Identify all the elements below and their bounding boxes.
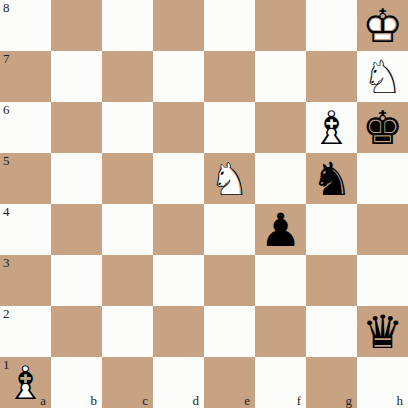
square-e6[interactable] — [204, 102, 255, 153]
file-label-f: f — [297, 394, 301, 408]
rank-label-2: 2 — [3, 306, 10, 321]
square-f4[interactable]: ♟ — [255, 204, 306, 255]
square-f1[interactable]: f — [255, 357, 306, 408]
rank-label-7: 7 — [3, 51, 10, 66]
piece-white-knight[interactable]: ♘ — [204, 153, 255, 204]
square-e8[interactable] — [204, 0, 255, 51]
square-c8[interactable] — [102, 0, 153, 51]
square-g2[interactable] — [306, 306, 357, 357]
piece-black-knight[interactable]: ♞ — [306, 153, 357, 204]
piece-white-knight[interactable]: ♘ — [357, 51, 408, 102]
square-b3[interactable] — [51, 255, 102, 306]
piece-white-king[interactable]: ♔ — [357, 0, 408, 51]
square-d6[interactable] — [153, 102, 204, 153]
square-e4[interactable] — [204, 204, 255, 255]
rank-label-8: 8 — [3, 0, 10, 15]
square-g1[interactable]: g — [306, 357, 357, 408]
square-b2[interactable] — [51, 306, 102, 357]
file-label-d: d — [193, 394, 200, 408]
square-e5[interactable]: ♞♘ — [204, 153, 255, 204]
file-label-a: a — [40, 394, 46, 408]
square-g6[interactable]: ♝♗ — [306, 102, 357, 153]
square-e2[interactable] — [204, 306, 255, 357]
square-b1[interactable]: b — [51, 357, 102, 408]
file-label-e: e — [244, 394, 250, 408]
square-h7[interactable]: ♞♘ — [357, 51, 408, 102]
square-g3[interactable] — [306, 255, 357, 306]
square-c3[interactable] — [102, 255, 153, 306]
square-a6[interactable]: 6 — [0, 102, 51, 153]
square-a2[interactable]: 2 — [0, 306, 51, 357]
square-f2[interactable] — [255, 306, 306, 357]
square-c7[interactable] — [102, 51, 153, 102]
square-b5[interactable] — [51, 153, 102, 204]
square-f5[interactable] — [255, 153, 306, 204]
rank-label-3: 3 — [3, 255, 10, 270]
square-b6[interactable] — [51, 102, 102, 153]
square-h8[interactable]: ♚♔ — [357, 0, 408, 51]
square-h2[interactable]: ♛ — [357, 306, 408, 357]
square-a7[interactable]: 7 — [0, 51, 51, 102]
square-a8[interactable]: 8 — [0, 0, 51, 51]
square-d7[interactable] — [153, 51, 204, 102]
rank-label-6: 6 — [3, 102, 10, 117]
piece-white-knight-fill: ♞ — [357, 51, 408, 102]
square-c5[interactable] — [102, 153, 153, 204]
file-label-c: c — [142, 394, 148, 408]
square-a4[interactable]: 4 — [0, 204, 51, 255]
piece-black-pawn[interactable]: ♟ — [255, 204, 306, 255]
square-g5[interactable]: ♞ — [306, 153, 357, 204]
piece-white-king-fill: ♚ — [357, 0, 408, 51]
square-h1[interactable]: h — [357, 357, 408, 408]
piece-black-king[interactable]: ♚ — [357, 102, 408, 153]
rank-label-4: 4 — [3, 204, 10, 219]
chess-board: 8♚♔7♞♘6♝♗♚5♞♘♞4♟32♛♝♗1abcdefgh — [0, 0, 408, 408]
square-c4[interactable] — [102, 204, 153, 255]
square-h6[interactable]: ♚ — [357, 102, 408, 153]
square-f6[interactable] — [255, 102, 306, 153]
square-f7[interactable] — [255, 51, 306, 102]
square-a1[interactable]: ♝♗1a — [0, 357, 51, 408]
square-d8[interactable] — [153, 0, 204, 51]
square-d4[interactable] — [153, 204, 204, 255]
square-b7[interactable] — [51, 51, 102, 102]
square-e7[interactable] — [204, 51, 255, 102]
file-label-g: g — [346, 394, 353, 408]
square-b8[interactable] — [51, 0, 102, 51]
square-a3[interactable]: 3 — [0, 255, 51, 306]
square-e3[interactable] — [204, 255, 255, 306]
square-c6[interactable] — [102, 102, 153, 153]
file-label-b: b — [91, 394, 98, 408]
square-c2[interactable] — [102, 306, 153, 357]
square-h5[interactable] — [357, 153, 408, 204]
square-d2[interactable] — [153, 306, 204, 357]
square-g4[interactable] — [306, 204, 357, 255]
square-e1[interactable]: e — [204, 357, 255, 408]
square-f8[interactable] — [255, 0, 306, 51]
square-g7[interactable] — [306, 51, 357, 102]
square-c1[interactable]: c — [102, 357, 153, 408]
piece-white-bishop-fill: ♝ — [306, 102, 357, 153]
square-g8[interactable] — [306, 0, 357, 51]
square-b4[interactable] — [51, 204, 102, 255]
piece-black-queen[interactable]: ♛ — [357, 306, 408, 357]
square-d3[interactable] — [153, 255, 204, 306]
square-f3[interactable] — [255, 255, 306, 306]
piece-white-bishop[interactable]: ♗ — [306, 102, 357, 153]
square-d1[interactable]: d — [153, 357, 204, 408]
rank-label-1: 1 — [3, 357, 10, 372]
rank-label-5: 5 — [3, 153, 10, 168]
file-label-h: h — [397, 394, 404, 408]
square-h4[interactable] — [357, 204, 408, 255]
square-d5[interactable] — [153, 153, 204, 204]
square-h3[interactable] — [357, 255, 408, 306]
square-a5[interactable]: 5 — [0, 153, 51, 204]
piece-white-knight-fill: ♞ — [204, 153, 255, 204]
